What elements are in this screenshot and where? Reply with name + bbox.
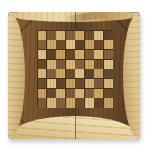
- board-square-dark: [47, 69, 56, 78]
- board-square-dark: [75, 60, 84, 69]
- board-square-light: [85, 79, 94, 88]
- board-square-light: [66, 98, 75, 107]
- board-square-light: [66, 40, 75, 49]
- board-square-dark: [56, 40, 65, 49]
- board-square-light: [94, 50, 103, 59]
- board-square-dark: [38, 40, 47, 49]
- board-square-light: [85, 98, 94, 107]
- board-square-light: [56, 89, 65, 98]
- board-square-dark: [66, 31, 75, 40]
- board-square-light: [75, 31, 84, 40]
- board-square-light: [104, 98, 113, 107]
- board-square-dark: [104, 89, 113, 98]
- board-square-dark: [85, 69, 94, 78]
- board-square-dark: [66, 89, 75, 98]
- board-square-dark: [75, 40, 84, 49]
- board-square-dark: [56, 60, 65, 69]
- board-square-dark: [75, 79, 84, 88]
- board-square-light: [66, 79, 75, 88]
- board-square-light: [38, 69, 47, 78]
- chess-board: [8, 12, 140, 139]
- board-square-dark: [94, 60, 103, 69]
- board-square-light: [38, 50, 47, 59]
- board-square-dark: [85, 50, 94, 59]
- board-square-dark: [56, 98, 65, 107]
- board-square-dark: [47, 50, 56, 59]
- board-square-dark: [104, 31, 113, 40]
- board-square-dark: [56, 79, 65, 88]
- board-square-light: [104, 79, 113, 88]
- board-square-dark: [47, 89, 56, 98]
- board-square-light: [75, 89, 84, 98]
- board-square-light: [47, 98, 56, 107]
- board-square-dark: [75, 98, 84, 107]
- board-square-dark: [94, 40, 103, 49]
- board-square-dark: [66, 50, 75, 59]
- board-square-light: [75, 69, 84, 78]
- board-square-dark: [38, 98, 47, 107]
- hinge-seam-top: [75, 12, 77, 31]
- board-square-dark: [66, 69, 75, 78]
- board-square-light: [56, 69, 65, 78]
- board-square-light: [94, 89, 103, 98]
- board-square-dark: [38, 60, 47, 69]
- board-square-dark: [104, 50, 113, 59]
- board-square-light: [38, 89, 47, 98]
- board-square-light: [56, 50, 65, 59]
- board-square-light: [75, 50, 84, 59]
- photo-background: [0, 0, 150, 150]
- board-square-light: [94, 31, 103, 40]
- board-square-light: [85, 40, 94, 49]
- board-square-light: [85, 60, 94, 69]
- board-square-dark: [104, 69, 113, 78]
- hinge-seam-bottom: [75, 107, 77, 139]
- board-square-light: [104, 40, 113, 49]
- board-square-dark: [94, 79, 103, 88]
- board-square-dark: [94, 98, 103, 107]
- board-square-dark: [38, 79, 47, 88]
- board-square-light: [66, 60, 75, 69]
- board-square-dark: [47, 31, 56, 40]
- board-square-dark: [85, 31, 94, 40]
- board-square-light: [56, 31, 65, 40]
- board-square-light: [38, 31, 47, 40]
- board-square-light: [47, 60, 56, 69]
- board-square-dark: [85, 89, 94, 98]
- board-square-light: [94, 69, 103, 78]
- board-square-light: [104, 60, 113, 69]
- board-grid: [37, 30, 113, 108]
- board-square-light: [47, 79, 56, 88]
- board-square-light: [47, 40, 56, 49]
